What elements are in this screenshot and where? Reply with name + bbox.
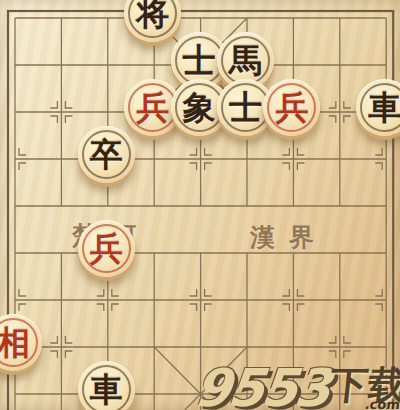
piece-glyph: 車 <box>368 91 400 124</box>
piece-glyph: 兵 <box>136 91 169 124</box>
piece-red-soldier[interactable]: 兵 <box>78 220 135 277</box>
piece-glyph: 馬 <box>229 44 262 77</box>
river-label-right: 漢界 <box>250 221 328 254</box>
piece-glyph: 相 <box>0 326 30 359</box>
piece-glyph: 士 <box>183 44 216 77</box>
piece-glyph: 将 <box>136 0 169 30</box>
piece-glyph: 卒 <box>90 138 123 171</box>
piece-black-soldier[interactable]: 卒 <box>78 126 135 183</box>
piece-glyph: 兵 <box>90 232 123 265</box>
piece-glyph: 車 <box>90 373 123 406</box>
piece-black-chariot[interactable]: 車 <box>78 361 135 410</box>
piece-red-soldier[interactable]: 兵 <box>263 79 320 136</box>
piece-glyph: 象 <box>183 91 216 124</box>
piece-glyph: 兵 <box>275 91 308 124</box>
piece-glyph: 士 <box>229 91 262 124</box>
xiangqi-board: 楚河 漢界 将士馬兵象士兵車卒兵相車 9553 下载 .com <box>0 0 400 410</box>
